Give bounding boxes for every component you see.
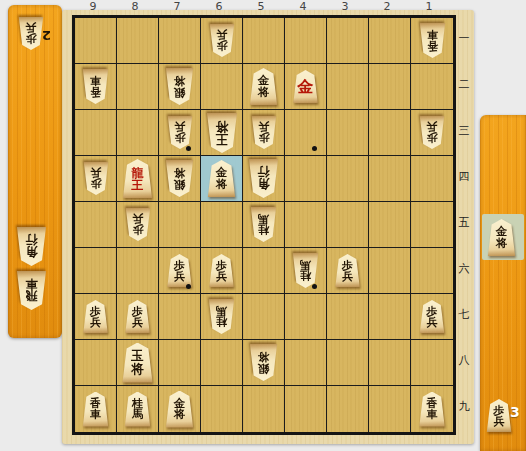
pawn-face: 歩兵 bbox=[419, 116, 445, 149]
rank-label-一: 一 bbox=[454, 15, 474, 61]
rank-label-五: 五 bbox=[454, 199, 474, 245]
piece-kanji: 桂 bbox=[300, 271, 311, 282]
square-9四[interactable]: 歩兵 bbox=[75, 156, 117, 202]
piece-lance-gote[interactable]: 香車 bbox=[82, 69, 109, 104]
square-8八[interactable]: 玉将 bbox=[117, 340, 159, 386]
square-4五[interactable] bbox=[285, 202, 327, 248]
hand-slot-pawn: 歩兵 bbox=[18, 17, 44, 50]
piece-kanji: 兵 bbox=[90, 168, 101, 179]
piece-kanji: 車 bbox=[427, 30, 438, 41]
piece-kanji: 兵 bbox=[174, 271, 185, 282]
knight-face: 桂馬 bbox=[208, 299, 235, 334]
file-label-3: 3 bbox=[324, 0, 366, 14]
piece-kanji: 馬 bbox=[300, 260, 311, 271]
piece-kanji: 将 bbox=[258, 87, 270, 99]
square-5五[interactable]: 桂馬 bbox=[243, 202, 285, 248]
file-label-8: 8 bbox=[114, 0, 156, 14]
rook-face: 飛車 bbox=[16, 271, 47, 310]
square-2七[interactable] bbox=[369, 294, 411, 340]
square-5六[interactable] bbox=[243, 248, 285, 294]
square-3七[interactable] bbox=[327, 294, 369, 340]
piece-kanji: 行 bbox=[258, 167, 270, 179]
star-point bbox=[186, 284, 191, 289]
square-3八[interactable] bbox=[327, 340, 369, 386]
piece-kanji: 歩 bbox=[132, 225, 143, 236]
piece-kanji: 香 bbox=[427, 41, 438, 52]
square-9三[interactable] bbox=[75, 110, 117, 156]
piece-kanji: 兵 bbox=[216, 271, 227, 282]
pawn-face: 歩兵 bbox=[209, 24, 235, 57]
square-8二[interactable] bbox=[117, 64, 159, 110]
piece-kanji: 歩 bbox=[216, 260, 227, 271]
piece-pawn-gote[interactable]: 歩兵 bbox=[209, 24, 235, 57]
piece-pawn-sente[interactable]: 歩兵 bbox=[335, 254, 361, 287]
piece-pawn-gote[interactable]: 歩兵 bbox=[167, 116, 193, 149]
file-labels: 987654321 bbox=[72, 0, 450, 14]
piece-kanji: 歩 bbox=[258, 133, 269, 144]
rank-label-三: 三 bbox=[454, 107, 474, 153]
piece-kanji: 車 bbox=[90, 76, 101, 87]
piece-pawn-gote[interactable]: 歩兵 bbox=[419, 116, 445, 149]
piece-gold-sente[interactable]: 金将 bbox=[207, 160, 236, 197]
file-label-5: 5 bbox=[240, 0, 282, 14]
piece-dragon-promoted-rook-sente[interactable]: 龍王 bbox=[122, 159, 153, 198]
piece-kanji: 兵 bbox=[216, 30, 227, 41]
piece-bishop-gote[interactable]: 角行 bbox=[16, 227, 47, 266]
piece-king-sente[interactable]: 玉将 bbox=[122, 343, 154, 383]
square-4七[interactable] bbox=[285, 294, 327, 340]
square-7七[interactable] bbox=[159, 294, 201, 340]
piece-lance-sente[interactable]: 香車 bbox=[82, 392, 109, 427]
piece-kanji: 車 bbox=[90, 409, 101, 420]
rank-label-四: 四 bbox=[454, 153, 474, 199]
pawn-face: 歩兵 bbox=[18, 17, 44, 50]
square-3一[interactable] bbox=[327, 18, 369, 64]
piece-lance-gote[interactable]: 香車 bbox=[419, 23, 446, 58]
gold-face: 金将 bbox=[165, 391, 194, 428]
piece-pawn-sente[interactable]: 歩兵 bbox=[419, 300, 445, 333]
square-3二[interactable] bbox=[327, 64, 369, 110]
piece-silver-gote[interactable]: 銀将 bbox=[249, 344, 278, 381]
square-4一[interactable] bbox=[285, 18, 327, 64]
square-5一[interactable] bbox=[243, 18, 285, 64]
piece-king-gote[interactable]: 王将 bbox=[206, 113, 238, 153]
piece-rook-gote[interactable]: 飛車 bbox=[16, 271, 47, 310]
knight-face: 桂馬 bbox=[124, 392, 151, 427]
piece-kanji: 歩 bbox=[174, 260, 185, 271]
square-8五[interactable]: 歩兵 bbox=[117, 202, 159, 248]
piece-tokin-promoted-pawn-sente[interactable]: 金 bbox=[293, 70, 319, 103]
square-7三[interactable]: 歩兵 bbox=[159, 110, 201, 156]
lance-face: 香車 bbox=[419, 392, 446, 427]
square-9一[interactable] bbox=[75, 18, 117, 64]
square-8七[interactable]: 歩兵 bbox=[117, 294, 159, 340]
square-5四[interactable]: 角行 bbox=[243, 156, 285, 202]
file-label-7: 7 bbox=[156, 0, 198, 14]
square-1九[interactable]: 香車 bbox=[411, 386, 453, 432]
square-2八[interactable] bbox=[369, 340, 411, 386]
lance-face: 香車 bbox=[419, 23, 446, 58]
piece-kanji: 兵 bbox=[342, 271, 353, 282]
square-6七[interactable]: 桂馬 bbox=[201, 294, 243, 340]
square-2二[interactable] bbox=[369, 64, 411, 110]
piece-kanji: 歩 bbox=[216, 41, 227, 52]
pawn-face: 歩兵 bbox=[125, 300, 151, 333]
knight-face: 桂馬 bbox=[250, 207, 277, 242]
piece-kanji: 将 bbox=[216, 179, 228, 191]
piece-kanji: 歩 bbox=[90, 179, 101, 190]
knight-face: 桂馬 bbox=[292, 253, 319, 288]
pawn-face: 歩兵 bbox=[251, 116, 277, 149]
piece-kanji: 銀 bbox=[174, 179, 186, 191]
square-5三[interactable]: 歩兵 bbox=[243, 110, 285, 156]
square-4三[interactable] bbox=[285, 110, 327, 156]
square-3三[interactable] bbox=[327, 110, 369, 156]
piece-kanji: 角 bbox=[26, 247, 38, 259]
square-9七[interactable]: 歩兵 bbox=[75, 294, 117, 340]
hand-piece-count: 2 bbox=[42, 29, 51, 42]
piece-kanji: 歩 bbox=[26, 34, 37, 45]
square-8一[interactable] bbox=[117, 18, 159, 64]
pawn-face: 歩兵 bbox=[167, 254, 193, 287]
piece-kanji: 香 bbox=[90, 87, 101, 98]
piece-kanji: 歩 bbox=[427, 133, 438, 144]
piece-silver-gote[interactable]: 銀将 bbox=[165, 160, 194, 197]
silver-face: 銀将 bbox=[249, 344, 278, 381]
square-7五[interactable] bbox=[159, 202, 201, 248]
square-1三[interactable]: 歩兵 bbox=[411, 110, 453, 156]
piece-knight-gote[interactable]: 桂馬 bbox=[292, 253, 319, 288]
piece-kanji: 将 bbox=[174, 409, 186, 421]
silver-face: 銀将 bbox=[165, 68, 194, 105]
square-2六[interactable] bbox=[369, 248, 411, 294]
piece-kanji: 将 bbox=[131, 363, 144, 376]
king-face: 王将 bbox=[206, 113, 238, 153]
piece-knight-gote[interactable]: 桂馬 bbox=[208, 299, 235, 334]
square-6六[interactable]: 歩兵 bbox=[201, 248, 243, 294]
piece-kanji: 兵 bbox=[427, 122, 438, 133]
piece-gold-sente[interactable]: 金将 bbox=[487, 219, 516, 256]
square-1六[interactable] bbox=[411, 248, 453, 294]
star-point bbox=[186, 146, 191, 151]
star-point bbox=[312, 284, 317, 289]
square-6三[interactable]: 王将 bbox=[201, 110, 243, 156]
file-label-9: 9 bbox=[72, 0, 114, 14]
file-label-6: 6 bbox=[198, 0, 240, 14]
rank-labels: 一二三四五六七八九 bbox=[454, 15, 474, 429]
square-4二[interactable]: 金 bbox=[285, 64, 327, 110]
piece-kanji: 銀 bbox=[258, 363, 270, 375]
hand-slot-rook: 飛車 bbox=[16, 271, 47, 310]
square-4六[interactable]: 桂馬 bbox=[285, 248, 327, 294]
square-6二[interactable] bbox=[201, 64, 243, 110]
square-6八[interactable] bbox=[201, 340, 243, 386]
square-5八[interactable]: 銀将 bbox=[243, 340, 285, 386]
file-label-2: 2 bbox=[366, 0, 408, 14]
hand-slot-bishop: 角行 bbox=[16, 227, 47, 266]
shogi-app: 歩兵2角行飛車 歩兵香車香車銀将金将金歩兵王将歩兵歩兵歩兵龍王銀将金将角行歩兵桂… bbox=[0, 0, 526, 451]
piece-knight-gote[interactable]: 桂馬 bbox=[250, 207, 277, 242]
square-9八[interactable] bbox=[75, 340, 117, 386]
piece-kanji: 行 bbox=[26, 235, 38, 247]
square-1七[interactable]: 歩兵 bbox=[411, 294, 453, 340]
pawn-face: 歩兵 bbox=[167, 116, 193, 149]
square-8六[interactable] bbox=[117, 248, 159, 294]
square-8三[interactable] bbox=[117, 110, 159, 156]
bishop-face: 角行 bbox=[16, 227, 47, 266]
piece-kanji: 桂 bbox=[258, 225, 269, 236]
square-2九[interactable] bbox=[369, 386, 411, 432]
dragon-promoted-rook-face: 龍王 bbox=[122, 159, 153, 198]
square-1一[interactable]: 香車 bbox=[411, 18, 453, 64]
piece-kanji: 歩 bbox=[427, 306, 438, 317]
piece-kanji: 歩 bbox=[494, 405, 505, 416]
file-label-4: 4 bbox=[282, 0, 324, 14]
file-label-1: 1 bbox=[408, 0, 450, 14]
piece-bishop-gote[interactable]: 角行 bbox=[248, 159, 279, 198]
gote-captured-pieces-tray: 歩兵2角行飛車 bbox=[8, 5, 62, 338]
square-3四[interactable] bbox=[327, 156, 369, 202]
hand-slot-gold: 金将 bbox=[487, 219, 516, 256]
piece-kanji: 兵 bbox=[90, 317, 101, 328]
square-4四[interactable] bbox=[285, 156, 327, 202]
piece-pawn-sente[interactable]: 歩兵 bbox=[209, 254, 235, 287]
piece-pawn-gote[interactable]: 歩兵 bbox=[251, 116, 277, 149]
rank-label-六: 六 bbox=[454, 245, 474, 291]
pawn-face: 歩兵 bbox=[335, 254, 361, 287]
square-6五[interactable] bbox=[201, 202, 243, 248]
lance-face: 香車 bbox=[82, 69, 109, 104]
square-2一[interactable] bbox=[369, 18, 411, 64]
tokin-promoted-pawn-face: 金 bbox=[293, 70, 319, 103]
piece-kanji: 角 bbox=[258, 179, 270, 191]
piece-kanji: 将 bbox=[174, 75, 186, 87]
square-2四[interactable] bbox=[369, 156, 411, 202]
square-7六[interactable]: 歩兵 bbox=[159, 248, 201, 294]
square-3五[interactable] bbox=[327, 202, 369, 248]
rank-label-八: 八 bbox=[454, 337, 474, 383]
square-7八[interactable] bbox=[159, 340, 201, 386]
piece-kanji: 車 bbox=[427, 409, 438, 420]
piece-kanji: 銀 bbox=[174, 87, 186, 99]
piece-gold-sente[interactable]: 金将 bbox=[249, 68, 278, 105]
square-5七[interactable] bbox=[243, 294, 285, 340]
piece-kanji: 将 bbox=[215, 120, 228, 133]
piece-pawn-sente[interactable]: 歩兵 bbox=[167, 254, 193, 287]
piece-kanji: 兵 bbox=[258, 122, 269, 133]
piece-kanji: 将 bbox=[174, 167, 186, 179]
square-3六[interactable]: 歩兵 bbox=[327, 248, 369, 294]
square-7一[interactable] bbox=[159, 18, 201, 64]
piece-pawn-gote[interactable]: 歩兵 bbox=[83, 162, 109, 195]
square-4八[interactable] bbox=[285, 340, 327, 386]
hand-slot-pawn: 歩兵 bbox=[486, 399, 512, 432]
piece-pawn-gote[interactable]: 歩兵 bbox=[18, 17, 44, 50]
piece-kanji: 馬 bbox=[132, 409, 143, 420]
square-7四[interactable]: 銀将 bbox=[159, 156, 201, 202]
square-6一[interactable]: 歩兵 bbox=[201, 18, 243, 64]
piece-kanji: 兵 bbox=[132, 214, 143, 225]
square-5九[interactable] bbox=[243, 386, 285, 432]
piece-kanji: 歩 bbox=[174, 133, 185, 144]
square-1八[interactable] bbox=[411, 340, 453, 386]
square-2三[interactable] bbox=[369, 110, 411, 156]
piece-kanji: 桂 bbox=[216, 317, 227, 328]
pawn-face: 歩兵 bbox=[125, 208, 151, 241]
piece-kanji: 車 bbox=[26, 279, 38, 291]
piece-kanji: 将 bbox=[258, 351, 270, 363]
square-9九[interactable]: 香車 bbox=[75, 386, 117, 432]
pawn-face: 歩兵 bbox=[83, 162, 109, 195]
rank-label-二: 二 bbox=[454, 61, 474, 107]
piece-lance-sente[interactable]: 香車 bbox=[419, 392, 446, 427]
piece-kanji: 歩 bbox=[132, 306, 143, 317]
piece-kanji: 兵 bbox=[132, 317, 143, 328]
square-6四[interactable]: 金将 bbox=[201, 156, 243, 202]
piece-pawn-sente[interactable]: 歩兵 bbox=[486, 399, 512, 432]
square-7九[interactable]: 金将 bbox=[159, 386, 201, 432]
piece-kanji: 兵 bbox=[494, 416, 505, 427]
piece-kanji: 飛 bbox=[26, 291, 38, 303]
gold-face: 金将 bbox=[487, 219, 516, 256]
pawn-face: 歩兵 bbox=[83, 300, 109, 333]
shogi-board-panel: 歩兵香車香車銀将金将金歩兵王将歩兵歩兵歩兵龍王銀将金将角行歩兵桂馬歩兵歩兵桂馬歩… bbox=[62, 10, 474, 444]
piece-kanji: 金 bbox=[298, 79, 314, 95]
piece-kanji: 龍 bbox=[132, 167, 144, 179]
piece-kanji: 歩 bbox=[342, 260, 353, 271]
pawn-face: 歩兵 bbox=[419, 300, 445, 333]
silver-face: 銀将 bbox=[165, 160, 194, 197]
piece-kanji: 馬 bbox=[258, 214, 269, 225]
square-9六[interactable] bbox=[75, 248, 117, 294]
rank-label-九: 九 bbox=[454, 383, 474, 429]
square-1四[interactable] bbox=[411, 156, 453, 202]
piece-pawn-gote[interactable]: 歩兵 bbox=[125, 208, 151, 241]
hand-piece-count: 3 bbox=[510, 405, 520, 419]
piece-silver-gote[interactable]: 銀将 bbox=[165, 68, 194, 105]
bishop-face: 角行 bbox=[248, 159, 279, 198]
piece-kanji: 王 bbox=[132, 179, 144, 191]
square-2五[interactable] bbox=[369, 202, 411, 248]
square-7二[interactable]: 銀将 bbox=[159, 64, 201, 110]
piece-kanji: 兵 bbox=[427, 317, 438, 328]
lance-face: 香車 bbox=[82, 392, 109, 427]
square-4九[interactable] bbox=[285, 386, 327, 432]
square-1五[interactable] bbox=[411, 202, 453, 248]
gold-face: 金将 bbox=[207, 160, 236, 197]
piece-kanji: 兵 bbox=[26, 23, 37, 34]
piece-kanji: 歩 bbox=[90, 306, 101, 317]
gold-face: 金将 bbox=[249, 68, 278, 105]
piece-gold-sente[interactable]: 金将 bbox=[165, 391, 194, 428]
square-9五[interactable] bbox=[75, 202, 117, 248]
pawn-face: 歩兵 bbox=[209, 254, 235, 287]
pawn-face: 歩兵 bbox=[486, 399, 512, 432]
king-face: 玉将 bbox=[122, 343, 154, 383]
square-6九[interactable] bbox=[201, 386, 243, 432]
square-5二[interactable]: 金将 bbox=[243, 64, 285, 110]
square-1二[interactable] bbox=[411, 64, 453, 110]
piece-knight-sente[interactable]: 桂馬 bbox=[124, 392, 151, 427]
piece-kanji: 将 bbox=[496, 238, 508, 250]
piece-kanji: 兵 bbox=[174, 122, 185, 133]
square-3九[interactable] bbox=[327, 386, 369, 432]
star-point bbox=[312, 146, 317, 151]
square-8九[interactable]: 桂馬 bbox=[117, 386, 159, 432]
piece-pawn-sente[interactable]: 歩兵 bbox=[83, 300, 109, 333]
board-grid: 歩兵香車香車銀将金将金歩兵王将歩兵歩兵歩兵龍王銀将金将角行歩兵桂馬歩兵歩兵桂馬歩… bbox=[72, 15, 456, 435]
square-8四[interactable]: 龍王 bbox=[117, 156, 159, 202]
piece-kanji: 馬 bbox=[216, 306, 227, 317]
piece-pawn-sente[interactable]: 歩兵 bbox=[125, 300, 151, 333]
rank-label-七: 七 bbox=[454, 291, 474, 337]
square-9二[interactable]: 香車 bbox=[75, 64, 117, 110]
sente-captured-pieces-tray: 金将歩兵3 bbox=[480, 115, 526, 451]
